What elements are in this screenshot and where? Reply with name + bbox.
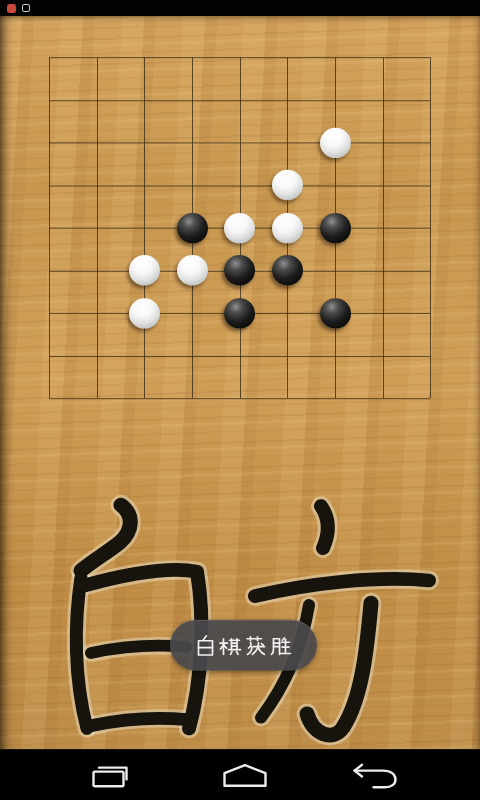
stone-black <box>224 298 255 328</box>
grid-line-horizontal <box>49 185 430 186</box>
stone-white <box>129 255 160 285</box>
grid-line-horizontal <box>49 398 430 399</box>
glyph-huo <box>247 636 265 654</box>
notification-icon <box>7 4 16 13</box>
stone-white <box>320 127 351 157</box>
stone-black <box>224 255 255 285</box>
stone-white <box>272 170 303 200</box>
recents-icon <box>88 761 132 790</box>
grid-line-horizontal <box>49 142 430 143</box>
home-button[interactable] <box>209 750 281 800</box>
back-button[interactable] <box>340 750 412 800</box>
recents-button[interactable] <box>74 750 146 800</box>
grid-line-horizontal <box>49 100 430 101</box>
grid-line-vertical <box>430 57 431 398</box>
game-area: 白方 <box>0 16 480 800</box>
gomoku-board[interactable] <box>0 16 480 428</box>
glyph-sheng <box>271 637 290 654</box>
toast-glyphs <box>194 634 294 657</box>
stone-black <box>320 212 351 242</box>
stone-white <box>177 255 208 285</box>
notification-icon-2 <box>22 4 30 12</box>
grid-line-horizontal <box>49 57 430 58</box>
grid-line-horizontal <box>49 356 430 357</box>
glyph-qi <box>220 638 241 654</box>
glyph-bai <box>198 635 212 654</box>
stone-white <box>224 212 255 242</box>
phone-screen: 白方 <box>0 0 480 800</box>
status-bar <box>0 0 480 16</box>
stone-black <box>177 212 208 242</box>
back-icon <box>351 762 401 789</box>
toast-white-wins: 白棋获胜 <box>170 620 317 671</box>
stone-white <box>272 212 303 242</box>
stone-white <box>129 298 160 328</box>
stone-black <box>320 298 351 328</box>
stone-black <box>272 255 303 285</box>
home-icon <box>221 762 269 789</box>
navigation-bar <box>0 749 480 800</box>
